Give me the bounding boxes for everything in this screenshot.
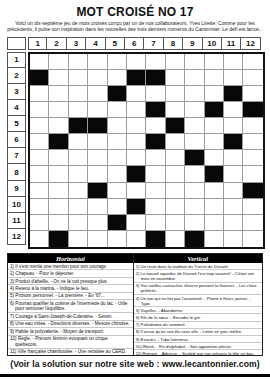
grid-cell[interactable] [30, 118, 49, 134]
grid-cell[interactable] [69, 86, 88, 102]
grid-cell[interactable] [127, 231, 146, 247]
grid-cell[interactable] [185, 70, 204, 86]
grid-cell[interactable] [224, 183, 243, 199]
grid-cell[interactable] [185, 54, 204, 70]
grid-cell[interactable] [88, 166, 107, 182]
grid-cell[interactable] [88, 215, 107, 231]
col-label: 9 [183, 37, 202, 50]
vertical-clues: 1) Un resto dans la tradition du Trieste… [134, 263, 262, 356]
grid-cell[interactable] [166, 134, 185, 150]
black-cell [146, 134, 165, 150]
row-label: 12 [7, 229, 26, 245]
grid-cell[interactable] [146, 215, 165, 231]
clue: 9) Habite la polyvalente. - Moyen de tra… [8, 328, 133, 335]
grid-cell[interactable] [166, 86, 185, 102]
clue: 7) Courage à Saint-Joseph-de-Coleraine. … [8, 313, 133, 320]
black-cell [146, 231, 165, 247]
row-labels: 123456789101112 [7, 52, 26, 249]
black-cell [127, 199, 146, 215]
black-cell [205, 102, 224, 118]
col-label: 7 [144, 37, 163, 50]
clue: 3) Vos vieilles cartouches d'encre peuve… [134, 283, 262, 295]
grid-cell[interactable] [224, 54, 243, 70]
black-cell [243, 102, 262, 118]
grid-cell[interactable] [166, 70, 185, 86]
black-cell [185, 231, 204, 247]
grid-cell[interactable] [88, 86, 107, 102]
black-cell [127, 166, 146, 182]
grid-cell[interactable] [88, 150, 107, 166]
grid-cells [28, 52, 265, 249]
horizontal-header: Horizontal [8, 254, 134, 263]
grid-cell[interactable] [224, 215, 243, 231]
grid-cell[interactable] [30, 166, 49, 182]
grid-cell[interactable] [69, 70, 88, 86]
black-cell [224, 86, 243, 102]
grid-cell[interactable] [185, 118, 204, 134]
grid-cell[interactable] [166, 102, 185, 118]
grid-cell[interactable] [224, 102, 243, 118]
grid-cell[interactable] [88, 199, 107, 215]
clue: 5) Pronom personnel. - La première. - En… [8, 293, 133, 300]
grid-cell[interactable] [108, 54, 127, 70]
col-label: 3 [67, 37, 86, 50]
grid-cell[interactable] [166, 231, 185, 247]
grid-cell[interactable] [30, 150, 49, 166]
grid-cell[interactable] [49, 118, 68, 134]
grid-cell[interactable] [243, 54, 262, 70]
black-cell [108, 86, 127, 102]
grid-cell[interactable] [108, 134, 127, 150]
clue: 1) Un resto dans la tradition du Trieste… [134, 263, 262, 270]
black-cell [69, 118, 88, 134]
grid-cell[interactable] [224, 118, 243, 134]
row-label: 9 [7, 181, 26, 197]
clue: 2) Le nouvel aqueduc de Disraeli l'est t… [134, 270, 262, 282]
clue: 4) Un taxi qui ne fait pas l'unanimité. … [134, 295, 262, 307]
grid-cell[interactable] [146, 118, 165, 134]
grid-cell[interactable] [224, 166, 243, 182]
column-labels: 123456789101112 [28, 37, 261, 50]
grid-cell[interactable] [69, 231, 88, 247]
grid-cell[interactable] [127, 183, 146, 199]
grid-cell[interactable] [49, 150, 68, 166]
grid-cell[interactable] [185, 183, 204, 199]
grid-cell[interactable] [205, 150, 224, 166]
grid-cell[interactable] [30, 231, 49, 247]
grid-cell[interactable] [88, 70, 107, 86]
grid-cell[interactable] [185, 86, 204, 102]
grid-cell[interactable] [146, 183, 165, 199]
grid-cell[interactable] [146, 54, 165, 70]
grid-cell[interactable] [69, 150, 88, 166]
grid-cell[interactable] [127, 54, 146, 70]
grid-cell[interactable] [127, 134, 146, 150]
grid-cell[interactable] [49, 54, 68, 70]
clue: 3) Produit d'abeille. - On ne la voit pr… [8, 278, 133, 285]
grid-cell[interactable] [205, 86, 224, 102]
bottom-rule [0, 374, 270, 377]
clue: 11) Ville française chamboulée. - Une re… [8, 349, 133, 356]
grid-cell[interactable] [30, 102, 49, 118]
grid-cell[interactable] [88, 134, 107, 150]
grid-cell[interactable] [69, 199, 88, 215]
grid-cell[interactable] [185, 102, 204, 118]
grid-cell[interactable] [88, 102, 107, 118]
grid-cell[interactable] [69, 166, 88, 182]
grid-cell[interactable] [205, 199, 224, 215]
grid-cell[interactable] [108, 183, 127, 199]
grid-cell[interactable] [166, 183, 185, 199]
grid-cell[interactable] [243, 231, 262, 247]
clue: 6) Fils de la sœur. - Encadre le gin. [134, 314, 262, 321]
grid-cell[interactable] [127, 150, 146, 166]
row-label: 8 [7, 164, 26, 180]
grid-cell[interactable] [69, 54, 88, 70]
page-title: MOT CROISÉ NO 17 [0, 5, 270, 19]
grid-cell[interactable] [166, 150, 185, 166]
grid-cell[interactable] [146, 199, 165, 215]
clue: 8) Il arrive qu'on soit élu sans elle. -… [134, 329, 262, 336]
vertical-header: Vertical [134, 254, 262, 263]
grid-cell[interactable] [69, 134, 88, 150]
solution-note: (Voir la solution sur notre site web : w… [0, 359, 270, 369]
clue: 10) Retiré. - Fin d'alphabet. - Son appa… [134, 343, 262, 350]
col-label: 5 [106, 37, 125, 50]
grid-cell[interactable] [49, 86, 68, 102]
row-label: 4 [7, 100, 26, 116]
grid-cell[interactable] [108, 166, 127, 182]
grid-cell[interactable] [108, 118, 127, 134]
black-cell [127, 70, 146, 86]
grid-cell[interactable] [69, 183, 88, 199]
clue: 10) Règle. - Prénom féminin évoquant un … [8, 336, 133, 349]
grid-cell[interactable] [146, 166, 165, 182]
black-cell [108, 215, 127, 231]
clue: 2) Chapeau. - Pour le déjeuner. [8, 270, 133, 277]
grid-cell[interactable] [69, 215, 88, 231]
grid-cell[interactable] [205, 70, 224, 86]
grid-cell[interactable] [108, 102, 127, 118]
clue: 9) Exactes. - Tube lumineux. [134, 336, 262, 343]
grid-cell[interactable] [243, 166, 262, 182]
grid-cell[interactable] [224, 199, 243, 215]
grid-cell[interactable] [49, 199, 68, 215]
grid-cell[interactable] [243, 215, 262, 231]
intro-text: Voici un dix-septième jeu de mots croisé… [6, 21, 264, 33]
col-label: 10 [203, 37, 222, 50]
grid-cell[interactable] [88, 54, 107, 70]
grid-cell[interactable] [146, 86, 165, 102]
grid-cell[interactable] [205, 134, 224, 150]
grid-cell[interactable] [30, 86, 49, 102]
grid-cell[interactable] [88, 231, 107, 247]
grid-cell[interactable] [185, 215, 204, 231]
col-label: 8 [164, 37, 183, 50]
row-label: 5 [7, 116, 26, 132]
col-label: 1 [28, 37, 47, 50]
grid-cell[interactable] [127, 86, 146, 102]
grid-cell[interactable] [205, 231, 224, 247]
grid-cell[interactable] [30, 54, 49, 70]
row-label: 6 [7, 132, 26, 148]
grid-cell[interactable] [243, 199, 262, 215]
black-cell [49, 231, 68, 247]
crossword-grid: 123456789101112 123456789101112 [7, 37, 270, 249]
grid-cell[interactable] [185, 134, 204, 150]
grid-cell[interactable] [205, 118, 224, 134]
grid-cell[interactable] [49, 70, 68, 86]
black-cell [30, 70, 49, 86]
col-label: 11 [222, 37, 241, 50]
grid-cell[interactable] [49, 102, 68, 118]
grid-cell[interactable] [30, 215, 49, 231]
clue: 6) Pourrait qualifier la cuisine de l'in… [8, 300, 133, 313]
black-cell [224, 134, 243, 150]
grid-cell[interactable] [49, 166, 68, 182]
grid-cell[interactable] [243, 150, 262, 166]
grid-cell[interactable] [108, 231, 127, 247]
grid-cell[interactable] [185, 166, 204, 182]
row-label: 11 [7, 213, 26, 229]
black-cell [88, 118, 107, 134]
clue: 8) Une eau mitée. - Directions diverses.… [8, 321, 133, 328]
grid-cell[interactable] [243, 70, 262, 86]
col-label: 4 [86, 37, 105, 50]
grid-cell[interactable] [30, 134, 49, 150]
black-cell [49, 134, 68, 150]
grid-cell[interactable] [146, 150, 165, 166]
black-cell [205, 166, 224, 182]
column-labels-row: 123456789101112 [7, 37, 270, 50]
row-label: 3 [7, 84, 26, 100]
crossword-page: MOT CROISÉ NO 17 Voici un dix-septième j… [0, 0, 270, 380]
black-cell [146, 70, 165, 86]
row-label: 1 [7, 52, 26, 68]
grid-cell[interactable] [30, 183, 49, 199]
grid-cell[interactable] [49, 215, 68, 231]
clue: 1) Il s'est mérité une mention pour son … [8, 263, 133, 270]
grid-cell[interactable] [108, 70, 127, 86]
grid-cell[interactable] [49, 183, 68, 199]
grid-cell[interactable] [224, 70, 243, 86]
grid-cell[interactable] [224, 150, 243, 166]
black-cell [166, 118, 185, 134]
grid-cell[interactable] [166, 54, 185, 70]
clue: 7) Palindrome du sommeil. [134, 322, 262, 329]
grid-cell[interactable] [166, 215, 185, 231]
black-cell [185, 150, 204, 166]
clue: 5) Voyelles. - Abandonne. [134, 307, 262, 314]
col-label: 2 [47, 37, 66, 50]
grid-cell[interactable] [127, 102, 146, 118]
grid-cell[interactable] [127, 215, 146, 231]
clues-table: Horizontal Vertical 1) Il s'est mérité u… [7, 253, 263, 356]
grid-cell[interactable] [166, 166, 185, 182]
grid-cell[interactable] [224, 231, 243, 247]
grid-cell[interactable] [108, 199, 127, 215]
clue: 11) Romain. - Adresse. - Sculpté par nos… [134, 350, 262, 356]
grid-cell[interactable] [127, 118, 146, 134]
col-label: 12 [241, 37, 260, 50]
grid-cell[interactable] [243, 118, 262, 134]
grid-cell[interactable] [205, 183, 224, 199]
black-cell [243, 183, 262, 199]
grid-cell[interactable] [69, 102, 88, 118]
grid-cell[interactable] [243, 86, 262, 102]
grid-cell[interactable] [166, 199, 185, 215]
row-label: 2 [7, 68, 26, 84]
black-cell [88, 183, 107, 199]
col-label: 6 [125, 37, 144, 50]
corner-box [7, 37, 26, 50]
grid-cell[interactable] [185, 199, 204, 215]
black-cell [146, 102, 165, 118]
row-label: 7 [7, 148, 26, 164]
grid-cell[interactable] [205, 215, 224, 231]
grid-cell[interactable] [108, 150, 127, 166]
grid-cell[interactable] [30, 199, 49, 215]
row-label: 10 [7, 197, 26, 213]
clue: 4) Retenu à la marina. - Indique le lieu… [8, 285, 133, 292]
grid-cell[interactable] [243, 134, 262, 150]
horizontal-clues: 1) Il s'est mérité une mention pour son … [8, 263, 134, 356]
grid-cell[interactable] [205, 54, 224, 70]
